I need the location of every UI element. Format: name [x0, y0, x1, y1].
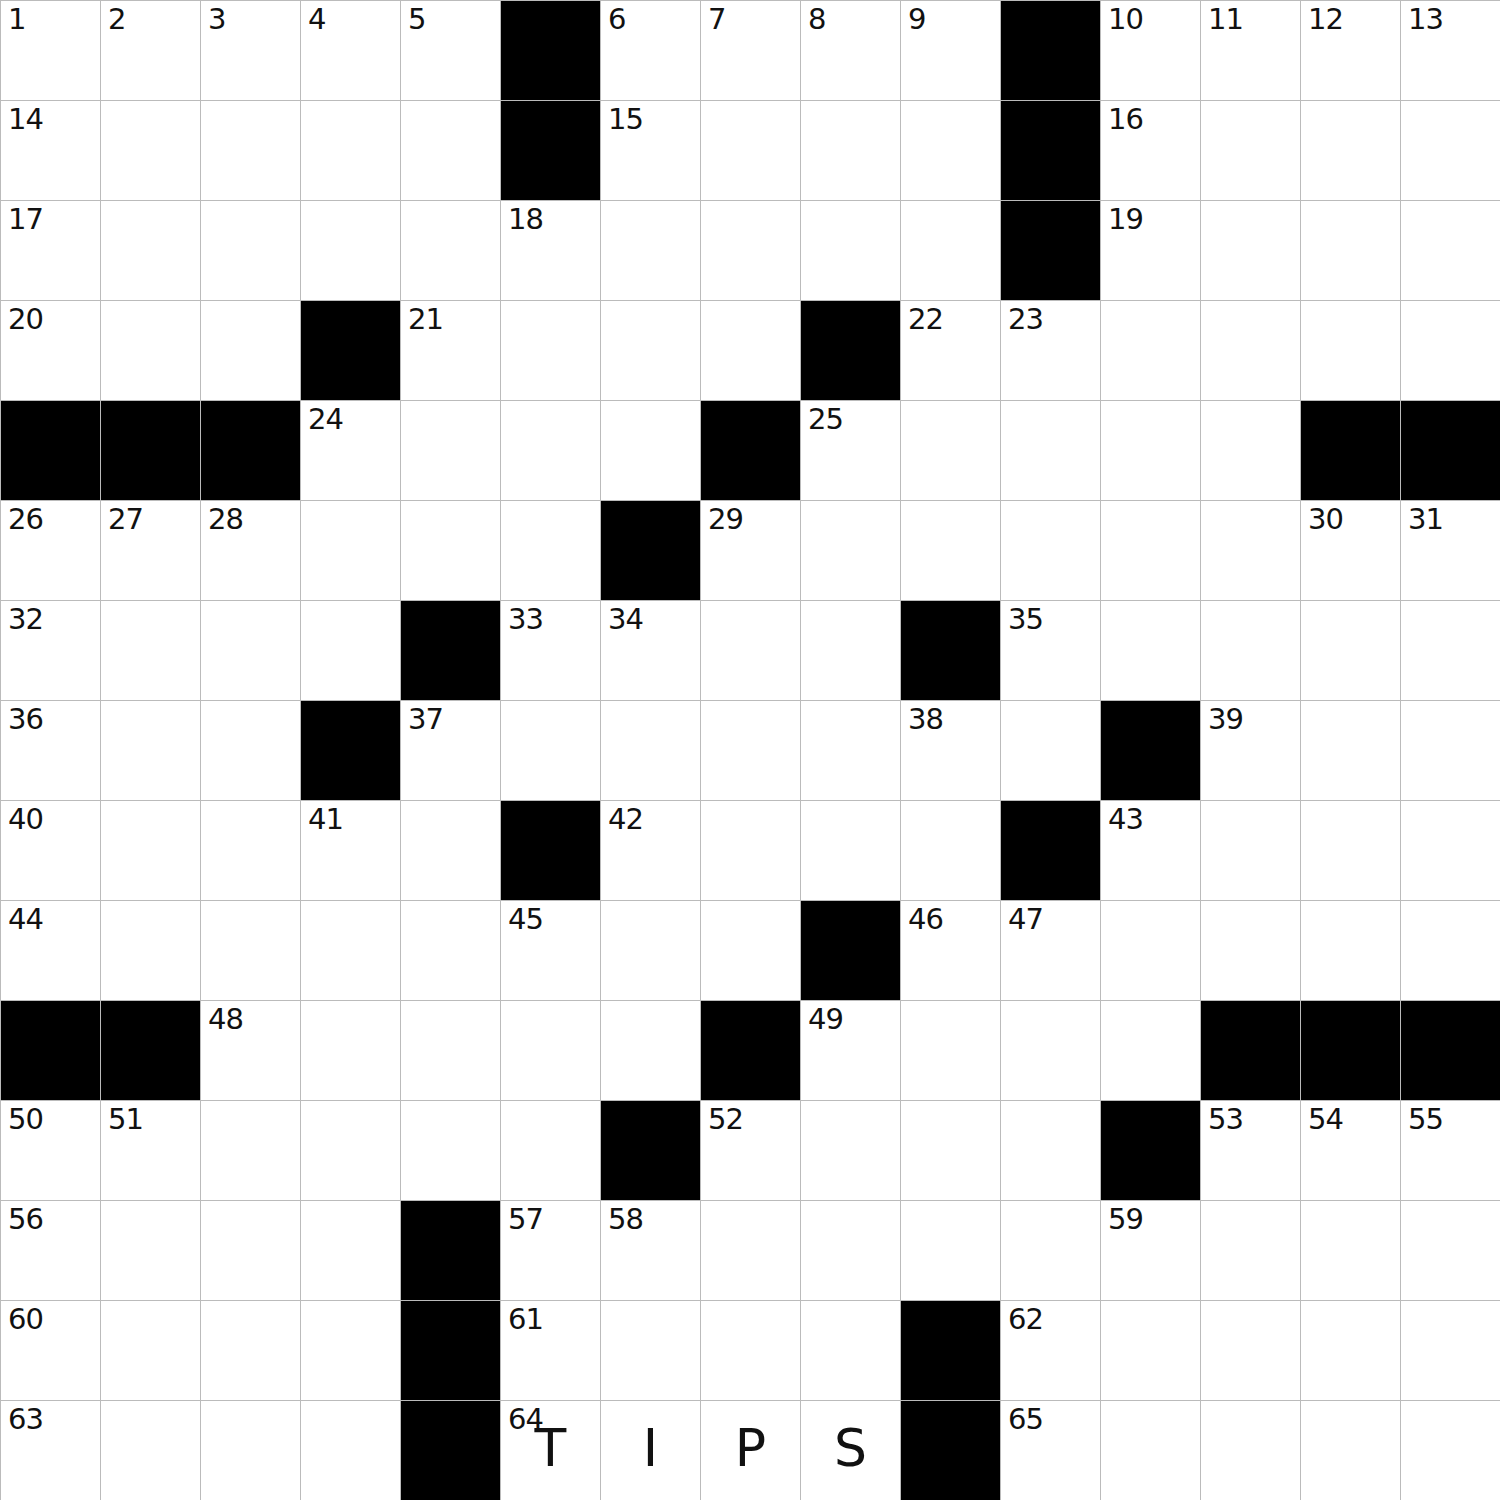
cell-r12c11[interactable]: [1001, 1101, 1101, 1201]
cell-r9c15[interactable]: [1401, 801, 1500, 901]
cell-r5c7[interactable]: [601, 401, 701, 501]
clue-number: 5: [408, 5, 425, 34]
cell-r1c10[interactable]: 9: [901, 1, 1001, 101]
cell-r12c1[interactable]: 50: [1, 1101, 101, 1201]
cell-r5c13[interactable]: [1201, 401, 1301, 501]
cell-r13c11[interactable]: [1001, 1201, 1101, 1301]
clue-number: 7: [708, 5, 725, 34]
cell-r10c4[interactable]: [301, 901, 401, 1001]
cell-r9c9[interactable]: [801, 801, 901, 901]
cell-r4c7[interactable]: [601, 301, 701, 401]
cell-r10c1[interactable]: 44: [1, 901, 101, 1001]
cell-r6c7: [601, 501, 701, 601]
cell-r7c11[interactable]: 35: [1001, 601, 1101, 701]
cell-r14c6[interactable]: 61: [501, 1301, 601, 1401]
cell-r14c12[interactable]: [1101, 1301, 1201, 1401]
cell-r15c1[interactable]: 63: [1, 1401, 101, 1500]
cell-r11c3[interactable]: 48: [201, 1001, 301, 1101]
cell-r12c6[interactable]: [501, 1101, 601, 1201]
clue-number: 44: [8, 905, 43, 934]
cell-r14c15[interactable]: [1401, 1301, 1500, 1401]
cell-r7c2[interactable]: [101, 601, 201, 701]
clue-number: 38: [908, 705, 943, 734]
cell-r11c15: [1401, 1001, 1500, 1101]
cell-r10c15[interactable]: [1401, 901, 1500, 1001]
cell-r15c12[interactable]: [1101, 1401, 1201, 1500]
cell-r12c7: [601, 1101, 701, 1201]
cell-r8c11[interactable]: [1001, 701, 1101, 801]
clue-number: 18: [508, 205, 543, 234]
clue-number: 6: [608, 5, 625, 34]
clue-number: 52: [708, 1105, 743, 1134]
cell-r11c7[interactable]: [601, 1001, 701, 1101]
cell-r13c1[interactable]: 56: [1, 1201, 101, 1301]
cell-r12c8[interactable]: 52: [701, 1101, 801, 1201]
clue-number: 25: [808, 405, 843, 434]
cell-r12c15[interactable]: 55: [1401, 1101, 1500, 1201]
cell-r8c8[interactable]: [701, 701, 801, 801]
cell-r7c8[interactable]: [701, 601, 801, 701]
clue-number: 42: [608, 805, 643, 834]
cell-r4c15[interactable]: [1401, 301, 1500, 401]
cell-r14c1[interactable]: 60: [1, 1301, 101, 1401]
clue-number: 14: [8, 105, 43, 134]
cell-r13c9[interactable]: [801, 1201, 901, 1301]
clue-number: 56: [8, 1205, 43, 1234]
clue-number: 32: [8, 605, 43, 634]
cell-r12c12: [1101, 1101, 1201, 1201]
cell-r4c13[interactable]: [1201, 301, 1301, 401]
cell-r10c3[interactable]: [201, 901, 301, 1001]
cell-r4c4: [301, 301, 401, 401]
cell-r4c14[interactable]: [1301, 301, 1401, 401]
cell-r15c8[interactable]: P: [701, 1401, 801, 1500]
cell-r11c4[interactable]: [301, 1001, 401, 1101]
cell-r6c1[interactable]: 26: [1, 501, 101, 601]
cell-r3c6[interactable]: 18: [501, 201, 601, 301]
cell-r3c11: [1001, 201, 1101, 301]
cell-r5c9[interactable]: 25: [801, 401, 901, 501]
cell-r7c12[interactable]: [1101, 601, 1201, 701]
clue-number: 30: [1308, 505, 1343, 534]
cell-r3c10[interactable]: [901, 201, 1001, 301]
clue-number: 47: [1008, 905, 1043, 934]
cell-r8c6[interactable]: [501, 701, 601, 801]
cell-r10c6[interactable]: 45: [501, 901, 601, 1001]
cell-r4c2[interactable]: [101, 301, 201, 401]
cell-r10c11[interactable]: 47: [1001, 901, 1101, 1001]
clue-number: 13: [1408, 5, 1443, 34]
clue-number: 48: [208, 1005, 243, 1034]
cell-r9c2[interactable]: [101, 801, 201, 901]
cell-r8c15[interactable]: [1401, 701, 1500, 801]
cell-r1c14[interactable]: 12: [1301, 1, 1401, 101]
cell-r4c10[interactable]: 22: [901, 301, 1001, 401]
clue-number: 36: [8, 705, 43, 734]
clue-number: 64: [508, 1405, 543, 1434]
cell-r2c9[interactable]: [801, 101, 901, 201]
cell-r11c8: [701, 1001, 801, 1101]
clue-number: 26: [8, 505, 43, 534]
cell-letter: P: [735, 1422, 766, 1474]
cell-r11c6[interactable]: [501, 1001, 601, 1101]
cell-r8c4: [301, 701, 401, 801]
cell-r14c2[interactable]: [101, 1301, 201, 1401]
cell-r9c8[interactable]: [701, 801, 801, 901]
clue-number: 53: [1208, 1105, 1243, 1134]
cell-r10c2[interactable]: [101, 901, 201, 1001]
cell-r3c14[interactable]: [1301, 201, 1401, 301]
clue-number: 58: [608, 1205, 643, 1234]
cell-r13c4[interactable]: [301, 1201, 401, 1301]
cell-r14c11[interactable]: 62: [1001, 1301, 1101, 1401]
cell-r10c9: [801, 901, 901, 1001]
cell-r4c3[interactable]: [201, 301, 301, 401]
cell-r9c7[interactable]: 42: [601, 801, 701, 901]
cell-r10c8[interactable]: [701, 901, 801, 1001]
cell-r9c11: [1001, 801, 1101, 901]
cell-r1c12[interactable]: 10: [1101, 1, 1201, 101]
cell-r6c6[interactable]: [501, 501, 601, 601]
cell-r12c9[interactable]: [801, 1101, 901, 1201]
cell-r9c10[interactable]: [901, 801, 1001, 901]
cell-r8c1[interactable]: 36: [1, 701, 101, 801]
clue-number: 20: [8, 305, 43, 334]
cell-r15c13[interactable]: [1201, 1401, 1301, 1500]
puzzle-page: 1234567891011121314151617181920212223242…: [0, 0, 1500, 1500]
cell-r2c13[interactable]: [1201, 101, 1301, 201]
cell-r3c9[interactable]: [801, 201, 901, 301]
cell-r11c12[interactable]: [1101, 1001, 1201, 1101]
cell-r1c8[interactable]: 7: [701, 1, 801, 101]
cell-r15c10: [901, 1401, 1001, 1500]
cell-r1c1[interactable]: 1: [1, 1, 101, 101]
cell-r2c4[interactable]: [301, 101, 401, 201]
cell-r10c5[interactable]: [401, 901, 501, 1001]
clue-number: 11: [1208, 5, 1243, 34]
cell-r3c5[interactable]: [401, 201, 501, 301]
clue-number: 9: [908, 5, 925, 34]
clue-number: 15: [608, 105, 643, 134]
cell-r2c7[interactable]: 15: [601, 101, 701, 201]
cell-r1c9[interactable]: 8: [801, 1, 901, 101]
cell-r9c1[interactable]: 40: [1, 801, 101, 901]
clue-number: 62: [1008, 1305, 1043, 1334]
cell-r14c13[interactable]: [1201, 1301, 1301, 1401]
cell-r1c7[interactable]: 6: [601, 1, 701, 101]
cell-r12c2[interactable]: 51: [101, 1101, 201, 1201]
cell-r5c2: [101, 401, 201, 501]
clue-number: 59: [1108, 1205, 1143, 1234]
cell-r13c12[interactable]: 59: [1101, 1201, 1201, 1301]
cell-r15c5: [401, 1401, 501, 1500]
cell-r13c10[interactable]: [901, 1201, 1001, 1301]
cell-r1c2[interactable]: 2: [101, 1, 201, 101]
clue-number: 35: [1008, 605, 1043, 634]
cell-r12c14[interactable]: 54: [1301, 1101, 1401, 1201]
cell-r12c5[interactable]: [401, 1101, 501, 1201]
cell-r15c4[interactable]: [301, 1401, 401, 1500]
clue-number: 65: [1008, 1405, 1043, 1434]
cell-r2c5[interactable]: [401, 101, 501, 201]
clue-number: 1: [8, 5, 25, 34]
cell-r4c9: [801, 301, 901, 401]
cell-r14c14[interactable]: [1301, 1301, 1401, 1401]
clue-number: 51: [108, 1105, 143, 1134]
cell-r9c14[interactable]: [1301, 801, 1401, 901]
cell-r2c3[interactable]: [201, 101, 301, 201]
cell-r15c2[interactable]: [101, 1401, 201, 1500]
cell-r5c1: [1, 401, 101, 501]
cell-r11c13: [1201, 1001, 1301, 1101]
cell-r4c5[interactable]: 21: [401, 301, 501, 401]
cell-r6c13[interactable]: [1201, 501, 1301, 601]
cell-r10c14[interactable]: [1301, 901, 1401, 1001]
cell-r2c8[interactable]: [701, 101, 801, 201]
clue-number: 37: [408, 705, 443, 734]
clue-number: 17: [8, 205, 43, 234]
crossword-board: 1234567891011121314151617181920212223242…: [0, 0, 1500, 1500]
cell-r10c12[interactable]: [1101, 901, 1201, 1001]
clue-number: 45: [508, 905, 543, 934]
cell-r7c14[interactable]: [1301, 601, 1401, 701]
cell-r12c4[interactable]: [301, 1101, 401, 1201]
cell-r5c11[interactable]: [1001, 401, 1101, 501]
cell-r5c6[interactable]: [501, 401, 601, 501]
clue-number: 31: [1408, 505, 1443, 534]
cell-r2c2[interactable]: [101, 101, 201, 201]
cell-r2c10[interactable]: [901, 101, 1001, 201]
cell-r6c4[interactable]: [301, 501, 401, 601]
cell-r11c9[interactable]: 49: [801, 1001, 901, 1101]
clue-number: 40: [8, 805, 43, 834]
cell-r5c4[interactable]: 24: [301, 401, 401, 501]
cell-r3c15[interactable]: [1401, 201, 1500, 301]
clue-number: 63: [8, 1405, 43, 1434]
clue-number: 61: [508, 1305, 543, 1334]
clue-number: 60: [8, 1305, 43, 1334]
cell-r14c10: [901, 1301, 1001, 1401]
clue-number: 50: [8, 1105, 43, 1134]
cell-r6c10[interactable]: [901, 501, 1001, 601]
clue-number: 39: [1208, 705, 1243, 734]
cell-r14c7[interactable]: [601, 1301, 701, 1401]
cell-r2c14[interactable]: [1301, 101, 1401, 201]
clue-number: 43: [1108, 805, 1143, 834]
cell-r9c5[interactable]: [401, 801, 501, 901]
cell-r7c15[interactable]: [1401, 601, 1500, 701]
clue-number: 33: [508, 605, 543, 634]
cell-r1c3[interactable]: 3: [201, 1, 301, 101]
cell-r7c10: [901, 601, 1001, 701]
cell-r7c13[interactable]: [1201, 601, 1301, 701]
cell-r3c1[interactable]: 17: [1, 201, 101, 301]
cell-r1c13[interactable]: 11: [1201, 1, 1301, 101]
cell-r5c12[interactable]: [1101, 401, 1201, 501]
cell-r13c5: [401, 1201, 501, 1301]
cell-r7c1[interactable]: 32: [1, 601, 101, 701]
clue-number: 3: [208, 5, 225, 34]
clue-number: 23: [1008, 305, 1043, 334]
cell-r6c8[interactable]: 29: [701, 501, 801, 601]
cell-r4c11[interactable]: 23: [1001, 301, 1101, 401]
cell-r5c15: [1401, 401, 1500, 501]
cell-r7c7[interactable]: 34: [601, 601, 701, 701]
cell-r14c3[interactable]: [201, 1301, 301, 1401]
cell-r12c3[interactable]: [201, 1101, 301, 1201]
cell-r15c9[interactable]: S: [801, 1401, 901, 1500]
cell-r2c11: [1001, 101, 1101, 201]
cell-r15c6[interactable]: 64T: [501, 1401, 601, 1500]
cell-r9c12[interactable]: 43: [1101, 801, 1201, 901]
cell-r9c3[interactable]: [201, 801, 301, 901]
cell-r4c8[interactable]: [701, 301, 801, 401]
clue-number: 10: [1108, 5, 1143, 34]
cell-r13c3[interactable]: [201, 1201, 301, 1301]
cell-r9c13[interactable]: [1201, 801, 1301, 901]
cell-r6c12[interactable]: [1101, 501, 1201, 601]
cell-r15c14[interactable]: [1301, 1401, 1401, 1500]
cell-r12c13[interactable]: 53: [1201, 1101, 1301, 1201]
clue-number: 8: [808, 5, 825, 34]
cell-r6c3[interactable]: 28: [201, 501, 301, 601]
cell-r8c3[interactable]: [201, 701, 301, 801]
cell-r13c7[interactable]: 58: [601, 1201, 701, 1301]
cell-r15c11[interactable]: 65: [1001, 1401, 1101, 1500]
cell-letter: I: [643, 1422, 658, 1474]
cell-r4c12[interactable]: [1101, 301, 1201, 401]
cell-r3c3[interactable]: [201, 201, 301, 301]
clue-number: 57: [508, 1205, 543, 1234]
clue-number: 34: [608, 605, 643, 634]
cell-r5c8: [701, 401, 801, 501]
clue-number: 27: [108, 505, 143, 534]
cell-r11c11[interactable]: [1001, 1001, 1101, 1101]
clue-number: 19: [1108, 205, 1143, 234]
cell-r3c13[interactable]: [1201, 201, 1301, 301]
clue-number: 41: [308, 805, 343, 834]
cell-r7c5: [401, 601, 501, 701]
cell-r8c2[interactable]: [101, 701, 201, 801]
cell-r3c12[interactable]: 19: [1101, 201, 1201, 301]
cell-r13c13[interactable]: [1201, 1201, 1301, 1301]
cell-r14c8[interactable]: [701, 1301, 801, 1401]
cell-r11c5[interactable]: [401, 1001, 501, 1101]
cell-r1c5[interactable]: 5: [401, 1, 501, 101]
cell-r1c4[interactable]: 4: [301, 1, 401, 101]
cell-r1c11: [1001, 1, 1101, 101]
cell-r4c1[interactable]: 20: [1, 301, 101, 401]
cell-r13c8[interactable]: [701, 1201, 801, 1301]
cell-r5c10[interactable]: [901, 401, 1001, 501]
clue-number: 2: [108, 5, 125, 34]
cell-r11c10[interactable]: [901, 1001, 1001, 1101]
clue-number: 16: [1108, 105, 1143, 134]
cell-r6c11[interactable]: [1001, 501, 1101, 601]
cell-r2c1[interactable]: 14: [1, 101, 101, 201]
cell-r10c7[interactable]: [601, 901, 701, 1001]
cell-r15c15[interactable]: [1401, 1401, 1500, 1500]
cell-r15c7[interactable]: I: [601, 1401, 701, 1500]
cell-r3c7[interactable]: [601, 201, 701, 301]
cell-r6c2[interactable]: 27: [101, 501, 201, 601]
cell-r7c9[interactable]: [801, 601, 901, 701]
cell-r11c2: [101, 1001, 201, 1101]
cell-r5c5[interactable]: [401, 401, 501, 501]
cell-r12c10[interactable]: [901, 1101, 1001, 1201]
cell-r5c3: [201, 401, 301, 501]
cell-r6c5[interactable]: [401, 501, 501, 601]
cell-r6c15[interactable]: 31: [1401, 501, 1500, 601]
clue-number: 46: [908, 905, 943, 934]
cell-r7c4[interactable]: [301, 601, 401, 701]
cell-letter: S: [834, 1422, 867, 1474]
cell-r3c4[interactable]: [301, 201, 401, 301]
cell-r10c13[interactable]: [1201, 901, 1301, 1001]
cell-r7c3[interactable]: [201, 601, 301, 701]
clue-number: 24: [308, 405, 343, 434]
cell-r4c6[interactable]: [501, 301, 601, 401]
cell-r8c5[interactable]: 37: [401, 701, 501, 801]
cell-r13c14[interactable]: [1301, 1201, 1401, 1301]
cell-r1c6: [501, 1, 601, 101]
clue-number: 49: [808, 1005, 843, 1034]
clue-number: 4: [308, 5, 325, 34]
cell-r1c15[interactable]: 13: [1401, 1, 1500, 101]
cell-r11c1: [1, 1001, 101, 1101]
cell-r8c14[interactable]: [1301, 701, 1401, 801]
cell-r9c6: [501, 801, 601, 901]
cell-r13c6[interactable]: 57: [501, 1201, 601, 1301]
cell-r6c9[interactable]: [801, 501, 901, 601]
clue-number: 28: [208, 505, 243, 534]
clue-number: 22: [908, 305, 943, 334]
cell-r5c14: [1301, 401, 1401, 501]
clue-number: 12: [1308, 5, 1343, 34]
cell-r13c2[interactable]: [101, 1201, 201, 1301]
cell-r15c3[interactable]: [201, 1401, 301, 1500]
cell-r2c6: [501, 101, 601, 201]
cell-r6c14[interactable]: 30: [1301, 501, 1401, 601]
cell-r2c15[interactable]: [1401, 101, 1500, 201]
cell-r8c10[interactable]: 38: [901, 701, 1001, 801]
cell-r2c12[interactable]: 16: [1101, 101, 1201, 201]
cell-r11c14: [1301, 1001, 1401, 1101]
cell-r3c2[interactable]: [101, 201, 201, 301]
clue-number: 29: [708, 505, 743, 534]
cell-r9c4[interactable]: 41: [301, 801, 401, 901]
cell-r8c9[interactable]: [801, 701, 901, 801]
cell-r14c5: [401, 1301, 501, 1401]
cell-r14c9[interactable]: [801, 1301, 901, 1401]
cell-r3c8[interactable]: [701, 201, 801, 301]
cell-r8c13[interactable]: 39: [1201, 701, 1301, 801]
cell-r7c6[interactable]: 33: [501, 601, 601, 701]
clue-number: 21: [408, 305, 443, 334]
cell-r10c10[interactable]: 46: [901, 901, 1001, 1001]
cell-r8c7[interactable]: [601, 701, 701, 801]
cell-r13c15[interactable]: [1401, 1201, 1500, 1301]
clue-number: 54: [1308, 1105, 1343, 1134]
clue-number: 55: [1408, 1105, 1443, 1134]
cell-r8c12: [1101, 701, 1201, 801]
cell-r14c4[interactable]: [301, 1301, 401, 1401]
